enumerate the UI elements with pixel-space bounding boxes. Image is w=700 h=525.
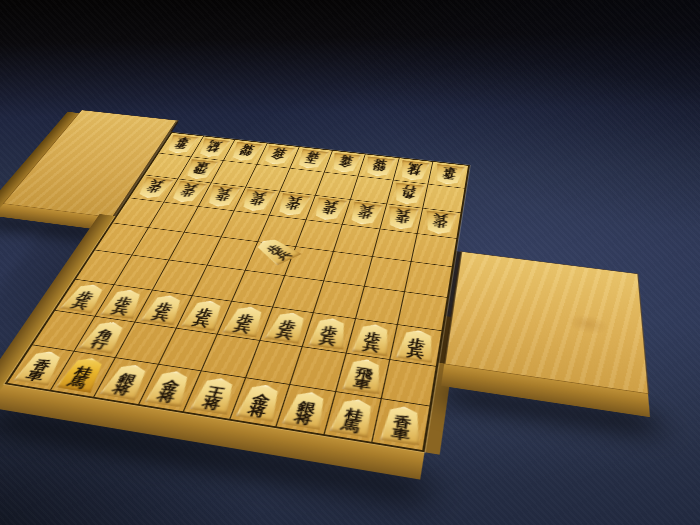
piece-pawn-sente[interactable]: 歩兵: [351, 322, 394, 356]
piece-pawn-sente[interactable]: 歩兵: [264, 310, 310, 344]
piece-kanji: 香車: [389, 416, 412, 442]
piece-kanji: 金将: [245, 394, 272, 419]
piece-kanji: 桂馬: [339, 408, 365, 434]
piece-kanji: 歩兵: [68, 291, 96, 311]
piece-kanji: 歩兵: [284, 195, 304, 210]
piece-pawn-gote[interactable]: 歩兵: [203, 185, 241, 208]
piece-kanji: 歩兵: [405, 338, 427, 360]
piece-kanji: 歩兵: [360, 332, 382, 353]
piece-kanji: 歩兵: [231, 314, 256, 335]
piece-kanji: 歩兵: [190, 308, 215, 328]
piece-gold-gote[interactable]: 金将: [260, 145, 296, 166]
piece-kanji: 桂馬: [205, 140, 224, 152]
piece-kanji: 歩兵: [144, 179, 166, 193]
piece-kanji: 金将: [155, 380, 182, 404]
piece-pawn-sente[interactable]: 歩兵: [395, 328, 437, 363]
piece-bishop-gote[interactable]: 角行: [391, 182, 425, 205]
piece-pawn-gote[interactable]: 歩兵: [422, 211, 457, 236]
piece-silver-gote[interactable]: 銀将: [227, 142, 263, 162]
piece-knight-gote[interactable]: 桂馬: [397, 160, 430, 182]
piece-kanji: 香車: [441, 166, 458, 180]
board-cell-1i[interactable]: 香車: [373, 399, 429, 450]
piece-kanji: 銀将: [292, 401, 318, 427]
piece-kanji: 桂馬: [66, 366, 96, 390]
piece-kanji: 飛車: [192, 160, 212, 173]
piece-lance-sente[interactable]: 香車: [379, 404, 424, 445]
piece-kanji: 香車: [23, 360, 53, 383]
piece-knight-sente[interactable]: 桂馬: [328, 396, 378, 438]
piece-kanji: 歩兵: [273, 320, 298, 341]
piece-gold-gote[interactable]: 金将: [328, 153, 361, 174]
table-3d-scene: 香車桂馬銀将金将玉将金将銀将桂馬香車飛車角行歩兵歩兵歩兵歩兵歩兵歩兵歩兵歩兵歩兵…: [0, 0, 700, 525]
piece-kanji: 桂馬: [405, 162, 422, 175]
piece-kanji: 王将: [200, 387, 227, 412]
piece-pawn-gote[interactable]: 歩兵: [273, 193, 311, 217]
piece-lance-gote[interactable]: 香車: [432, 164, 465, 186]
piece-kanji: 金将: [270, 147, 289, 160]
piece-kanji: 歩兵: [320, 199, 340, 214]
piece-kanji: 歩兵: [393, 208, 411, 223]
piece-kanji: 飛車: [351, 368, 374, 391]
piece-kanji: 歩兵: [317, 326, 339, 347]
piece-kanji: 歩兵: [213, 187, 233, 201]
piece-pawn-gote[interactable]: 歩兵: [309, 197, 347, 222]
scene: 香車桂馬銀将金将玉将金将銀将桂馬香車飛車角行歩兵歩兵歩兵歩兵歩兵歩兵歩兵歩兵歩兵…: [0, 0, 700, 525]
piece-gold-sente[interactable]: 金将: [235, 382, 285, 422]
piece-pawn-sente[interactable]: 歩兵: [222, 304, 269, 337]
piece-silver-sente[interactable]: 銀将: [281, 389, 331, 430]
piece-kanji: 金将: [337, 154, 354, 167]
piece-kanji: 歩兵: [109, 297, 134, 316]
piece-pawn-gote[interactable]: 歩兵: [346, 202, 384, 227]
piece-kanji: 玉将: [303, 150, 322, 163]
piece-kanji: 角行: [400, 184, 417, 198]
piece-kanji: 銀将: [109, 373, 139, 397]
piece-kanji: 角行: [88, 330, 117, 352]
piece-kanji: 銀将: [237, 143, 256, 156]
piece-kanji: 歩兵: [248, 191, 268, 206]
piece-rook-sente[interactable]: 飛車: [341, 357, 385, 394]
piece-kanji: 歩兵: [178, 183, 200, 197]
piece-kanji: 香車: [173, 136, 192, 148]
piece-kanji: 歩兵: [356, 204, 376, 219]
piece-silver-gote[interactable]: 銀将: [362, 156, 395, 177]
piece-king-gote[interactable]: 玉将: [293, 149, 329, 170]
piece-pawn-gote[interactable]: 歩兵: [384, 206, 419, 231]
table-plane: 香車桂馬銀将金将玉将金将銀将桂馬香車飛車角行歩兵歩兵歩兵歩兵歩兵歩兵歩兵歩兵歩兵…: [0, 68, 700, 525]
piece-kanji: 歩兵: [149, 302, 174, 322]
piece-king-sente[interactable]: 王将: [189, 375, 240, 414]
piece-pawn-sente[interactable]: 歩兵: [308, 316, 351, 349]
piece-pawn-gote[interactable]: 歩兵: [238, 189, 276, 213]
piece-kanji: 銀将: [371, 158, 388, 171]
piece-kanji: 歩兵: [431, 212, 448, 227]
